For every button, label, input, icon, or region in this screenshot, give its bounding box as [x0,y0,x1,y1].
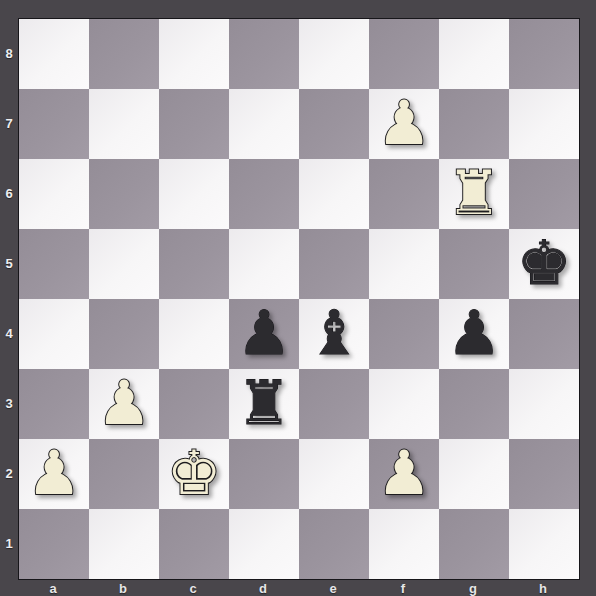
square-b6[interactable] [89,159,159,229]
square-a5[interactable] [19,229,89,299]
square-c3[interactable] [159,369,229,439]
file-label-h: h [508,580,578,596]
square-g6[interactable]: ♜ [439,159,509,229]
rank-label-3: 3 [0,368,18,438]
square-e4[interactable]: ♝ [299,299,369,369]
square-h3[interactable] [509,369,579,439]
square-c2[interactable]: ♚ [159,439,229,509]
square-g2[interactable] [439,439,509,509]
square-c8[interactable] [159,19,229,89]
file-label-a: a [18,580,88,596]
square-g7[interactable] [439,89,509,159]
square-b5[interactable] [89,229,159,299]
file-label-c: c [158,580,228,596]
square-d2[interactable] [229,439,299,509]
square-a6[interactable] [19,159,89,229]
square-b7[interactable] [89,89,159,159]
file-label-e: e [298,580,368,596]
rank-label-4: 4 [0,298,18,368]
square-a3[interactable] [19,369,89,439]
rank-label-2: 2 [0,438,18,508]
square-e1[interactable] [299,509,369,579]
piece-white-pawn[interactable]: ♟ [97,372,152,433]
square-c4[interactable] [159,299,229,369]
square-h8[interactable] [509,19,579,89]
square-h4[interactable] [509,299,579,369]
square-d5[interactable] [229,229,299,299]
rank-label-8: 8 [0,18,18,88]
square-d4[interactable]: ♟ [229,299,299,369]
square-d8[interactable] [229,19,299,89]
square-g1[interactable] [439,509,509,579]
file-label-f: f [368,580,438,596]
file-labels: abcdefgh [18,580,578,596]
piece-black-pawn[interactable]: ♟ [447,302,502,363]
square-c1[interactable] [159,509,229,579]
square-f5[interactable] [369,229,439,299]
square-d6[interactable] [229,159,299,229]
rank-label-7: 7 [0,88,18,158]
square-g5[interactable] [439,229,509,299]
square-b2[interactable] [89,439,159,509]
square-f7[interactable]: ♟ [369,89,439,159]
square-b3[interactable]: ♟ [89,369,159,439]
rank-label-6: 6 [0,158,18,228]
rank-label-1: 1 [0,508,18,578]
square-g4[interactable]: ♟ [439,299,509,369]
square-f3[interactable] [369,369,439,439]
piece-black-bishop[interactable]: ♝ [307,302,362,363]
square-a4[interactable] [19,299,89,369]
piece-white-king[interactable]: ♚ [167,442,222,503]
square-b1[interactable] [89,509,159,579]
square-c5[interactable] [159,229,229,299]
square-h2[interactable] [509,439,579,509]
square-f4[interactable] [369,299,439,369]
square-h5[interactable]: ♚ [509,229,579,299]
square-e5[interactable] [299,229,369,299]
square-h6[interactable] [509,159,579,229]
square-f2[interactable]: ♟ [369,439,439,509]
square-e2[interactable] [299,439,369,509]
piece-white-pawn[interactable]: ♟ [377,442,432,503]
square-d7[interactable] [229,89,299,159]
file-label-b: b [88,580,158,596]
piece-white-rook[interactable]: ♜ [447,162,502,223]
rank-label-5: 5 [0,228,18,298]
square-c7[interactable] [159,89,229,159]
square-f6[interactable] [369,159,439,229]
rank-labels: 87654321 [0,18,18,578]
square-d1[interactable] [229,509,299,579]
piece-black-king[interactable]: ♚ [517,232,572,293]
square-h1[interactable] [509,509,579,579]
square-b4[interactable] [89,299,159,369]
square-f1[interactable] [369,509,439,579]
piece-white-pawn[interactable]: ♟ [377,92,432,153]
square-b8[interactable] [89,19,159,89]
square-g8[interactable] [439,19,509,89]
square-e3[interactable] [299,369,369,439]
chess-board: ♟♜♚♟♝♟♟♜♟♚♟ [18,18,580,580]
square-c6[interactable] [159,159,229,229]
file-label-g: g [438,580,508,596]
chess-board-frame: 87654321 ♟♜♚♟♝♟♟♜♟♚♟ abcdefgh [0,0,596,596]
square-a7[interactable] [19,89,89,159]
piece-black-pawn[interactable]: ♟ [237,302,292,363]
square-a1[interactable] [19,509,89,579]
square-e7[interactable] [299,89,369,159]
square-e6[interactable] [299,159,369,229]
piece-black-rook[interactable]: ♜ [237,372,292,433]
square-f8[interactable] [369,19,439,89]
piece-white-pawn[interactable]: ♟ [27,442,82,503]
square-a2[interactable]: ♟ [19,439,89,509]
square-h7[interactable] [509,89,579,159]
square-d3[interactable]: ♜ [229,369,299,439]
square-a8[interactable] [19,19,89,89]
square-g3[interactable] [439,369,509,439]
square-e8[interactable] [299,19,369,89]
file-label-d: d [228,580,298,596]
